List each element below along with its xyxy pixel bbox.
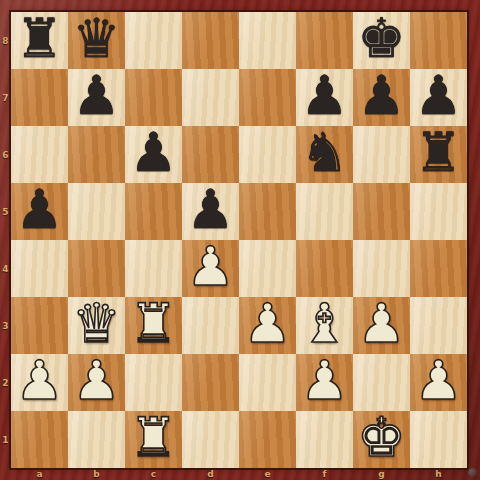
square-d1[interactable] (182, 411, 239, 468)
square-a3[interactable] (11, 297, 68, 354)
square-g6[interactable] (353, 126, 410, 183)
square-c6[interactable]: ♟ (125, 126, 182, 183)
square-g2[interactable] (353, 354, 410, 411)
white-rook-c1: ♜ (129, 411, 177, 465)
square-h7[interactable]: ♟ (410, 69, 467, 126)
square-f3[interactable]: ♝ (296, 297, 353, 354)
square-h4[interactable] (410, 240, 467, 297)
square-f2[interactable]: ♟ (296, 354, 353, 411)
rank-label-6: 6 (0, 126, 11, 183)
square-c1[interactable]: ♜ (125, 411, 182, 468)
square-d7[interactable] (182, 69, 239, 126)
square-c7[interactable] (125, 69, 182, 126)
file-label-b: b (68, 468, 125, 480)
square-f4[interactable] (296, 240, 353, 297)
square-d4[interactable]: ♟ (182, 240, 239, 297)
black-pawn-b7: ♟ (72, 69, 120, 123)
square-d6[interactable] (182, 126, 239, 183)
white-rook-c3: ♜ (129, 297, 177, 351)
square-c4[interactable] (125, 240, 182, 297)
file-label-c: c (125, 468, 182, 480)
white-pawn-b2: ♟ (72, 354, 120, 408)
square-g4[interactable] (353, 240, 410, 297)
rank-label-2: 2 (0, 354, 11, 411)
white-king-g1: ♚ (357, 411, 405, 465)
black-pawn-f7: ♟ (300, 69, 348, 123)
square-b1[interactable] (68, 411, 125, 468)
square-d5[interactable]: ♟ (182, 183, 239, 240)
rank-label-8: 8 (0, 12, 11, 69)
square-g1[interactable]: ♚ (353, 411, 410, 468)
square-h8[interactable] (410, 12, 467, 69)
square-c3[interactable]: ♜ (125, 297, 182, 354)
black-rook-h6: ♜ (414, 126, 462, 180)
square-b4[interactable] (68, 240, 125, 297)
square-e3[interactable]: ♟ (239, 297, 296, 354)
square-f5[interactable] (296, 183, 353, 240)
square-b8[interactable]: ♛ (68, 12, 125, 69)
white-pawn-e3: ♟ (243, 297, 291, 351)
square-b3[interactable]: ♛ (68, 297, 125, 354)
square-e5[interactable] (239, 183, 296, 240)
square-e8[interactable] (239, 12, 296, 69)
file-labels: abcdefgh (11, 468, 467, 480)
chess-board: ♜♛♚♟♟♟♟♟♞♜♟♟♟♛♜♟♝♟♟♟♟♟♜♚ (11, 12, 467, 468)
square-e7[interactable] (239, 69, 296, 126)
file-label-d: d (182, 468, 239, 480)
square-f8[interactable] (296, 12, 353, 69)
black-pawn-a5: ♟ (15, 183, 63, 237)
square-d2[interactable] (182, 354, 239, 411)
rank-label-1: 1 (0, 411, 11, 468)
square-d8[interactable] (182, 12, 239, 69)
square-a5[interactable]: ♟ (11, 183, 68, 240)
square-g7[interactable]: ♟ (353, 69, 410, 126)
square-a7[interactable] (11, 69, 68, 126)
square-h1[interactable] (410, 411, 467, 468)
square-c2[interactable] (125, 354, 182, 411)
rank-labels: 87654321 (0, 12, 11, 468)
square-a1[interactable] (11, 411, 68, 468)
square-d3[interactable] (182, 297, 239, 354)
square-e2[interactable] (239, 354, 296, 411)
square-h2[interactable]: ♟ (410, 354, 467, 411)
black-king-g8: ♚ (357, 12, 405, 66)
square-g5[interactable] (353, 183, 410, 240)
square-f1[interactable] (296, 411, 353, 468)
square-c8[interactable] (125, 12, 182, 69)
square-a6[interactable] (11, 126, 68, 183)
square-c5[interactable] (125, 183, 182, 240)
white-pawn-h2: ♟ (414, 354, 462, 408)
square-f7[interactable]: ♟ (296, 69, 353, 126)
white-queen-b3: ♛ (72, 297, 120, 351)
white-pawn-a2: ♟ (15, 354, 63, 408)
square-g8[interactable]: ♚ (353, 12, 410, 69)
black-pawn-g7: ♟ (357, 69, 405, 123)
square-g3[interactable]: ♟ (353, 297, 410, 354)
white-bishop-f3: ♝ (300, 297, 348, 351)
square-e6[interactable] (239, 126, 296, 183)
white-pawn-g3: ♟ (357, 297, 405, 351)
square-h5[interactable] (410, 183, 467, 240)
rank-label-4: 4 (0, 240, 11, 297)
file-label-h: h (410, 468, 467, 480)
black-queen-b8: ♛ (72, 12, 120, 66)
rank-label-5: 5 (0, 183, 11, 240)
white-pawn-f2: ♟ (300, 354, 348, 408)
square-b7[interactable]: ♟ (68, 69, 125, 126)
chess-board-frame: ♜♛♚♟♟♟♟♟♞♜♟♟♟♛♜♟♝♟♟♟♟♟♜♚ 87654321 abcdef… (0, 0, 480, 480)
black-pawn-h7: ♟ (414, 69, 462, 123)
black-pawn-d5: ♟ (186, 183, 234, 237)
square-a4[interactable] (11, 240, 68, 297)
file-label-a: a (11, 468, 68, 480)
corner-logo-icon (468, 468, 477, 477)
square-f6[interactable]: ♞ (296, 126, 353, 183)
square-a8[interactable]: ♜ (11, 12, 68, 69)
black-rook-a8: ♜ (15, 12, 63, 66)
file-label-g: g (353, 468, 410, 480)
rank-label-7: 7 (0, 69, 11, 126)
file-label-e: e (239, 468, 296, 480)
square-a2[interactable]: ♟ (11, 354, 68, 411)
square-b5[interactable] (68, 183, 125, 240)
black-knight-f6: ♞ (300, 126, 348, 180)
square-e1[interactable] (239, 411, 296, 468)
square-h3[interactable] (410, 297, 467, 354)
square-b2[interactable]: ♟ (68, 354, 125, 411)
square-e4[interactable] (239, 240, 296, 297)
square-b6[interactable] (68, 126, 125, 183)
rank-label-3: 3 (0, 297, 11, 354)
square-h6[interactable]: ♜ (410, 126, 467, 183)
black-pawn-c6: ♟ (129, 126, 177, 180)
white-pawn-d4: ♟ (186, 240, 234, 294)
file-label-f: f (296, 468, 353, 480)
